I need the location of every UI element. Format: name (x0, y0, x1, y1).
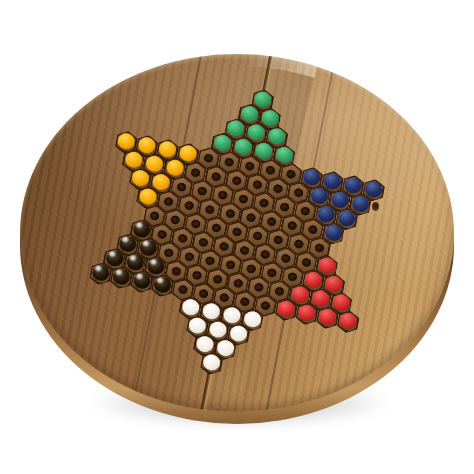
game-board (20, 54, 454, 412)
wood-knot (372, 202, 379, 211)
scene (0, 0, 474, 474)
